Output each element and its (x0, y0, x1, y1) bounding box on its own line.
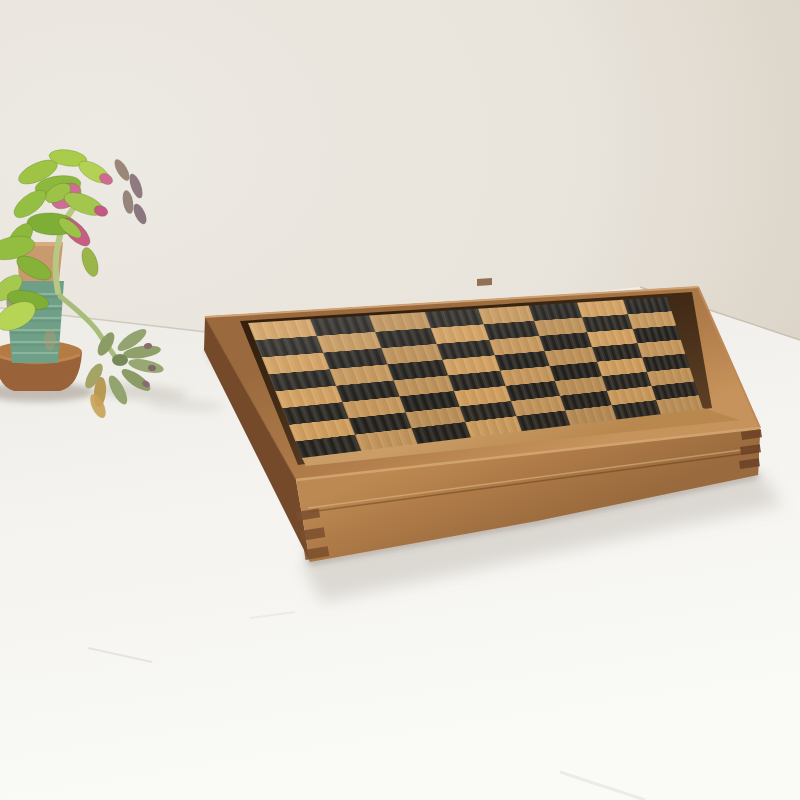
plant-leaf (112, 157, 133, 183)
plant-leaf (131, 202, 149, 226)
box-back-rail-notch (477, 278, 492, 286)
photo-scene (0, 0, 800, 800)
plant-leaf (121, 189, 135, 214)
plant-leaf (112, 354, 128, 366)
finger-joints-right (739, 429, 762, 469)
plant-pot-worn-patch (44, 329, 56, 351)
plant-leaf (79, 246, 102, 279)
plant-sprig-purple (112, 157, 150, 226)
